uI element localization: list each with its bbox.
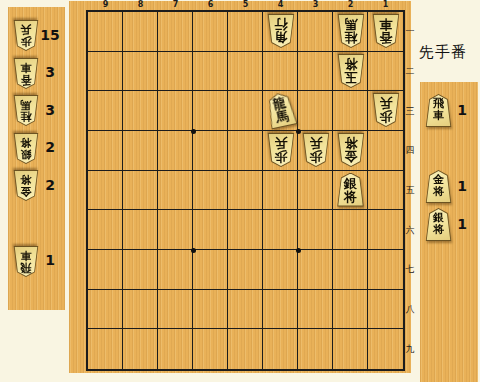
piece-kanji: 飛車: [425, 94, 452, 127]
gote-captured-tray: 歩兵15香車3桂馬3銀将2金将2飛車1: [8, 7, 65, 310]
board-cell-9-5[interactable]: [88, 171, 123, 211]
board-cell-5-2[interactable]: [228, 52, 263, 92]
board-cell-6-3[interactable]: [193, 91, 228, 131]
hand-count-金将: 1: [450, 178, 474, 194]
board-cell-9-7[interactable]: [88, 250, 123, 290]
rank-label-3: 三: [405, 91, 415, 131]
board-cell-3-8[interactable]: [298, 290, 333, 330]
hand-piece-金将[interactable]: 金将: [425, 170, 452, 203]
board-cell-7-2[interactable]: [158, 52, 193, 92]
board-cell-7-1[interactable]: [158, 12, 193, 52]
hand-piece-金将[interactable]: 金将: [13, 170, 39, 201]
hand-count-桂馬: 3: [38, 102, 62, 118]
board-cell-9-2[interactable]: [88, 52, 123, 92]
file-label-5: 5: [228, 0, 263, 10]
file-label-1: 1: [368, 0, 403, 10]
board-cell-8-9[interactable]: [123, 329, 158, 369]
piece-kanji: 歩兵: [267, 133, 295, 167]
piece-kanji: 歩兵: [372, 93, 400, 127]
board-cell-6-6[interactable]: [193, 210, 228, 250]
hand-piece-飛車[interactable]: 飛車: [425, 94, 452, 127]
board-cell-8-7[interactable]: [123, 250, 158, 290]
file-label-4: 4: [263, 0, 298, 10]
shogi-piece-歩兵-1-3[interactable]: 歩兵: [372, 93, 400, 127]
piece-kanji: 金将: [13, 170, 39, 201]
board-cell-3-7[interactable]: [298, 250, 333, 290]
hand-count-銀将: 1: [450, 216, 474, 232]
hand-piece-銀将[interactable]: 銀将: [425, 208, 452, 241]
file-labels: 987654321: [88, 0, 403, 10]
shogi-piece-歩兵-3-4[interactable]: 歩兵: [302, 133, 330, 167]
rank-label-8: 八: [405, 290, 415, 330]
board-cell-4-7[interactable]: [263, 250, 298, 290]
piece-kanji: 金将: [337, 133, 365, 167]
rank-label-6: 六: [405, 210, 415, 250]
board-cell-3-9[interactable]: [298, 329, 333, 369]
board-cell-7-9[interactable]: [158, 329, 193, 369]
board-cell-8-3[interactable]: [123, 91, 158, 131]
rank-label-4: 四: [405, 131, 415, 171]
board-cell-5-3[interactable]: [228, 91, 263, 131]
piece-kanji: 玉将: [337, 54, 365, 88]
board-cell-2-3[interactable]: [333, 91, 368, 131]
board-cell-7-4[interactable]: [158, 131, 193, 171]
board-cell-1-5[interactable]: [368, 171, 403, 211]
board-cell-8-1[interactable]: [123, 12, 158, 52]
board-cell-1-7[interactable]: [368, 250, 403, 290]
board-cell-8-6[interactable]: [123, 210, 158, 250]
shogi-piece-歩兵-4-4[interactable]: 歩兵: [267, 133, 295, 167]
shogi-piece-角行-4-1[interactable]: 角行: [267, 14, 295, 48]
star-point: [191, 129, 196, 134]
file-label-9: 9: [88, 0, 123, 10]
piece-kanji: 金将: [425, 170, 452, 203]
board-cell-4-2[interactable]: [263, 52, 298, 92]
rank-label-2: 二: [405, 52, 415, 92]
hand-piece-桂馬[interactable]: 桂馬: [13, 95, 39, 126]
board-cell-4-9[interactable]: [263, 329, 298, 369]
board-cell-9-8[interactable]: [88, 290, 123, 330]
piece-kanji: 角行: [267, 14, 295, 48]
shogi-piece-玉将-2-2[interactable]: 玉将: [337, 54, 365, 88]
rank-label-7: 七: [405, 250, 415, 290]
board-cell-5-9[interactable]: [228, 329, 263, 369]
piece-kanji: 歩兵: [13, 20, 39, 51]
piece-kanji: 香車: [13, 58, 39, 89]
board-cell-9-9[interactable]: [88, 329, 123, 369]
board-cell-8-2[interactable]: [123, 52, 158, 92]
board-cell-1-2[interactable]: [368, 52, 403, 92]
board-cell-4-5[interactable]: [263, 171, 298, 211]
rank-label-1: 一: [405, 12, 415, 52]
board-cell-9-1[interactable]: [88, 12, 123, 52]
rank-label-5: 五: [405, 171, 415, 211]
shogi-piece-桂馬-2-1[interactable]: 桂馬: [337, 14, 365, 48]
piece-kanji: 桂馬: [13, 95, 39, 126]
board-cell-5-5[interactable]: [228, 171, 263, 211]
star-point: [296, 129, 301, 134]
shogi-piece-香車-1-1[interactable]: 香車: [372, 14, 400, 48]
sente-captured-tray: 飛車1金将1銀将1: [420, 82, 478, 382]
board-cell-1-8[interactable]: [368, 290, 403, 330]
board-cell-5-8[interactable]: [228, 290, 263, 330]
file-label-6: 6: [193, 0, 228, 10]
piece-kanji: 香車: [372, 14, 400, 48]
board-cell-8-5[interactable]: [123, 171, 158, 211]
board-cell-8-4[interactable]: [123, 131, 158, 171]
star-point: [296, 248, 301, 253]
board-cell-2-6[interactable]: [333, 210, 368, 250]
board-cell-7-7[interactable]: [158, 250, 193, 290]
board-cell-4-8[interactable]: [263, 290, 298, 330]
board-cell-1-4[interactable]: [368, 131, 403, 171]
rank-label-9: 九: [405, 329, 415, 369]
hand-count-香車: 3: [38, 64, 62, 80]
board-cell-7-3[interactable]: [158, 91, 193, 131]
hand-count-歩兵: 15: [38, 27, 62, 43]
board-cell-6-8[interactable]: [193, 290, 228, 330]
board-cell-8-8[interactable]: [123, 290, 158, 330]
board-cell-3-3[interactable]: [298, 91, 333, 131]
rank-labels: 一二三四五六七八九: [405, 12, 415, 369]
board-cell-5-4[interactable]: [228, 131, 263, 171]
board-cell-3-6[interactable]: [298, 210, 333, 250]
board-cell-1-9[interactable]: [368, 329, 403, 369]
board-cell-5-1[interactable]: [228, 12, 263, 52]
piece-kanji: 飛車: [13, 246, 39, 277]
board-cell-3-1[interactable]: [298, 12, 333, 52]
hand-piece-香車[interactable]: 香車: [13, 58, 39, 89]
board-cell-2-9[interactable]: [333, 329, 368, 369]
board-cell-3-5[interactable]: [298, 171, 333, 211]
hand-piece-飛車[interactable]: 飛車: [13, 246, 39, 277]
file-label-7: 7: [158, 0, 193, 10]
board-cell-7-6[interactable]: [158, 210, 193, 250]
board-cell-6-5[interactable]: [193, 171, 228, 211]
hand-count-金将: 2: [38, 177, 62, 193]
board-cell-6-9[interactable]: [193, 329, 228, 369]
board-cell-2-8[interactable]: [333, 290, 368, 330]
board-cell-9-4[interactable]: [88, 131, 123, 171]
board-cell-4-6[interactable]: [263, 210, 298, 250]
shogi-piece-銀将-2-5[interactable]: 銀将: [337, 173, 365, 207]
piece-kanji: 桂馬: [337, 14, 365, 48]
board-cell-7-5[interactable]: [158, 171, 193, 211]
hand-count-飛車: 1: [450, 102, 474, 118]
file-label-2: 2: [333, 0, 368, 10]
file-label-8: 8: [123, 0, 158, 10]
board-cell-6-1[interactable]: [193, 12, 228, 52]
board-cell-2-7[interactable]: [333, 250, 368, 290]
board-cell-9-3[interactable]: [88, 91, 123, 131]
hand-piece-歩兵[interactable]: 歩兵: [13, 20, 39, 51]
file-label-3: 3: [298, 0, 333, 10]
hand-piece-銀将[interactable]: 銀将: [13, 133, 39, 164]
board-cell-5-6[interactable]: [228, 210, 263, 250]
turn-indicator: 先手番: [419, 43, 467, 62]
piece-kanji: 歩兵: [302, 133, 330, 167]
hand-count-銀将: 2: [38, 139, 62, 155]
shogi-board: 987654321 一二三四五六七八九 角行桂馬香車玉将龍馬歩兵歩兵歩兵金将銀将: [69, 1, 411, 373]
board-cell-6-2[interactable]: [193, 52, 228, 92]
hand-count-飛車: 1: [38, 252, 62, 268]
piece-kanji: 銀将: [13, 133, 39, 164]
piece-kanji: 銀将: [337, 173, 365, 207]
shogi-piece-金将-2-4[interactable]: 金将: [337, 133, 365, 167]
board-cell-5-7[interactable]: [228, 250, 263, 290]
board-cell-1-6[interactable]: [368, 210, 403, 250]
board-cell-6-7[interactable]: [193, 250, 228, 290]
board-cell-9-6[interactable]: [88, 210, 123, 250]
board-cell-6-4[interactable]: [193, 131, 228, 171]
piece-kanji: 銀将: [425, 208, 452, 241]
board-cell-7-8[interactable]: [158, 290, 193, 330]
board-cell-3-2[interactable]: [298, 52, 333, 92]
star-point: [191, 248, 196, 253]
